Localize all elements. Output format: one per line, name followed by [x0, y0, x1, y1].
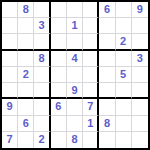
cell-r4c8[interactable]: [116, 51, 132, 67]
cell-r4c9[interactable]: 3: [132, 51, 148, 67]
cell-r8c5[interactable]: [67, 116, 83, 132]
cell-r6c4[interactable]: [51, 83, 67, 99]
cell-r4c1[interactable]: [2, 51, 18, 67]
cell-r9c4[interactable]: [51, 132, 67, 148]
cell-r5c5[interactable]: [67, 67, 83, 83]
cell-r7c8[interactable]: [116, 99, 132, 115]
cell-r5c6[interactable]: [83, 67, 99, 83]
cell-r1c4[interactable]: [51, 2, 67, 18]
cell-r5c3[interactable]: [34, 67, 50, 83]
cell-r9c8[interactable]: [116, 132, 132, 148]
cell-r1c1[interactable]: [2, 2, 18, 18]
cell-r6c1[interactable]: [2, 83, 18, 99]
cell-r8c9[interactable]: [132, 116, 148, 132]
cell-r5c9[interactable]: [132, 67, 148, 83]
cell-r3c3[interactable]: [34, 34, 50, 50]
cell-r9c6[interactable]: [83, 132, 99, 148]
cell-r7c4[interactable]: 6: [51, 99, 67, 115]
cell-r6c5[interactable]: 9: [67, 83, 83, 99]
cell-r4c5[interactable]: 4: [67, 51, 83, 67]
cell-r1c7[interactable]: 6: [99, 2, 115, 18]
cell-r7c7[interactable]: [99, 99, 115, 115]
cell-r6c9[interactable]: [132, 83, 148, 99]
cell-r5c4[interactable]: [51, 67, 67, 83]
cell-r6c3[interactable]: [34, 83, 50, 99]
cell-r1c2[interactable]: 8: [18, 2, 34, 18]
cell-r5c2[interactable]: 2: [18, 67, 34, 83]
cell-r8c1[interactable]: [2, 116, 18, 132]
cell-r1c8[interactable]: [116, 2, 132, 18]
cell-r2c4[interactable]: [51, 18, 67, 34]
cell-r4c3[interactable]: 8: [34, 51, 50, 67]
sudoku-board: 869312843259967618728: [0, 0, 150, 150]
cell-r8c4[interactable]: [51, 116, 67, 132]
cell-r4c7[interactable]: [99, 51, 115, 67]
cell-r2c7[interactable]: [99, 18, 115, 34]
cell-r3c9[interactable]: [132, 34, 148, 50]
cell-r1c6[interactable]: [83, 2, 99, 18]
cell-r6c6[interactable]: [83, 83, 99, 99]
cell-r8c2[interactable]: 6: [18, 116, 34, 132]
cell-r2c3[interactable]: 3: [34, 18, 50, 34]
cell-r7c1[interactable]: 9: [2, 99, 18, 115]
cell-r6c2[interactable]: [18, 83, 34, 99]
cell-r8c7[interactable]: 8: [99, 116, 115, 132]
cell-r7c3[interactable]: [34, 99, 50, 115]
cell-r4c2[interactable]: [18, 51, 34, 67]
cell-r9c1[interactable]: 7: [2, 132, 18, 148]
cell-r7c6[interactable]: 7: [83, 99, 99, 115]
cell-r2c1[interactable]: [2, 18, 18, 34]
cell-r9c2[interactable]: [18, 132, 34, 148]
cell-r7c5[interactable]: [67, 99, 83, 115]
cell-r9c3[interactable]: 2: [34, 132, 50, 148]
cell-r2c6[interactable]: [83, 18, 99, 34]
cell-r3c8[interactable]: 2: [116, 34, 132, 50]
cell-r2c8[interactable]: [116, 18, 132, 34]
cell-r2c9[interactable]: [132, 18, 148, 34]
cell-r5c8[interactable]: 5: [116, 67, 132, 83]
cell-r3c2[interactable]: [18, 34, 34, 50]
cell-r7c2[interactable]: [18, 99, 34, 115]
cell-r9c5[interactable]: 8: [67, 132, 83, 148]
cell-r3c5[interactable]: [67, 34, 83, 50]
cell-r6c7[interactable]: [99, 83, 115, 99]
cell-r3c1[interactable]: [2, 34, 18, 50]
cell-r3c6[interactable]: [83, 34, 99, 50]
cell-r4c4[interactable]: [51, 51, 67, 67]
cell-r7c9[interactable]: [132, 99, 148, 115]
cell-r2c5[interactable]: 1: [67, 18, 83, 34]
cell-r9c9[interactable]: [132, 132, 148, 148]
cell-r8c6[interactable]: 1: [83, 116, 99, 132]
cell-r5c1[interactable]: [2, 67, 18, 83]
cell-r1c3[interactable]: [34, 2, 50, 18]
cell-r5c7[interactable]: [99, 67, 115, 83]
cell-r8c3[interactable]: [34, 116, 50, 132]
cell-r6c8[interactable]: [116, 83, 132, 99]
cell-r9c7[interactable]: [99, 132, 115, 148]
cell-r1c5[interactable]: [67, 2, 83, 18]
cell-r8c8[interactable]: [116, 116, 132, 132]
cell-r3c4[interactable]: [51, 34, 67, 50]
cell-r3c7[interactable]: [99, 34, 115, 50]
cell-r4c6[interactable]: [83, 51, 99, 67]
cell-r1c9[interactable]: 9: [132, 2, 148, 18]
cell-r2c2[interactable]: [18, 18, 34, 34]
